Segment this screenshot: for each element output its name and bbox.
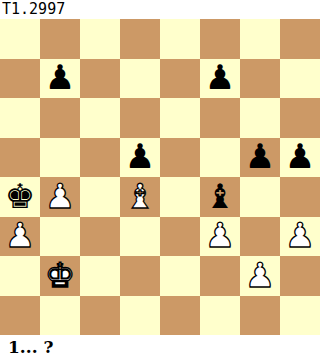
square-g5[interactable]: ♟ (240, 138, 280, 178)
square-e4[interactable] (160, 177, 200, 217)
square-f1[interactable] (200, 296, 240, 336)
square-b7[interactable]: ♟ (40, 59, 80, 99)
white-pawn-b4[interactable]: ♟ (45, 179, 75, 213)
square-c6[interactable] (80, 98, 120, 138)
square-c1[interactable] (80, 296, 120, 336)
white-pawn-g2[interactable]: ♟ (245, 258, 275, 292)
chess-board: ♟♟♟♟♟♚♟♝♝♟♟♟♚♟ (0, 19, 320, 335)
black-pawn-h5[interactable]: ♟ (285, 139, 315, 173)
black-pawn-g5[interactable]: ♟ (245, 139, 275, 173)
square-g4[interactable] (240, 177, 280, 217)
square-b6[interactable] (40, 98, 80, 138)
square-e6[interactable] (160, 98, 200, 138)
black-king-a4[interactable]: ♚ (5, 179, 35, 213)
white-bishop-d4[interactable]: ♝ (125, 179, 155, 213)
chess-puzzle-window: T1.2997 ♟♟♟♟♟♚♟♝♝♟♟♟♚♟ 1... ? (0, 0, 320, 360)
square-f8[interactable] (200, 19, 240, 59)
square-e3[interactable] (160, 217, 200, 257)
square-g1[interactable] (240, 296, 280, 336)
square-d8[interactable] (120, 19, 160, 59)
square-h5[interactable]: ♟ (280, 138, 320, 178)
square-a8[interactable] (0, 19, 40, 59)
square-h1[interactable] (280, 296, 320, 336)
square-c4[interactable] (80, 177, 120, 217)
white-pawn-f3[interactable]: ♟ (205, 218, 235, 252)
square-c7[interactable] (80, 59, 120, 99)
square-h6[interactable] (280, 98, 320, 138)
black-pawn-b7[interactable]: ♟ (45, 60, 75, 94)
square-f6[interactable] (200, 98, 240, 138)
square-b1[interactable] (40, 296, 80, 336)
square-e5[interactable] (160, 138, 200, 178)
square-d4[interactable]: ♝ (120, 177, 160, 217)
square-e7[interactable] (160, 59, 200, 99)
square-f3[interactable]: ♟ (200, 217, 240, 257)
white-pawn-a3[interactable]: ♟ (5, 218, 35, 252)
square-e2[interactable] (160, 256, 200, 296)
square-a6[interactable] (0, 98, 40, 138)
square-c2[interactable] (80, 256, 120, 296)
square-g3[interactable] (240, 217, 280, 257)
square-a7[interactable] (0, 59, 40, 99)
square-c3[interactable] (80, 217, 120, 257)
black-pawn-f7[interactable]: ♟ (205, 60, 235, 94)
move-prompt: 1... ? (0, 335, 320, 360)
square-f2[interactable] (200, 256, 240, 296)
puzzle-id: T1.2997 (0, 0, 320, 19)
square-g7[interactable] (240, 59, 280, 99)
square-h3[interactable]: ♟ (280, 217, 320, 257)
square-a1[interactable] (0, 296, 40, 336)
black-pawn-d5[interactable]: ♟ (125, 139, 155, 173)
square-b5[interactable] (40, 138, 80, 178)
square-b3[interactable] (40, 217, 80, 257)
square-d7[interactable] (120, 59, 160, 99)
square-b2[interactable]: ♚ (40, 256, 80, 296)
square-f4[interactable]: ♝ (200, 177, 240, 217)
square-h4[interactable] (280, 177, 320, 217)
square-h7[interactable] (280, 59, 320, 99)
square-a4[interactable]: ♚ (0, 177, 40, 217)
square-d5[interactable]: ♟ (120, 138, 160, 178)
square-d6[interactable] (120, 98, 160, 138)
square-f7[interactable]: ♟ (200, 59, 240, 99)
square-d1[interactable] (120, 296, 160, 336)
square-b8[interactable] (40, 19, 80, 59)
square-g6[interactable] (240, 98, 280, 138)
square-d3[interactable] (120, 217, 160, 257)
square-a3[interactable]: ♟ (0, 217, 40, 257)
square-h8[interactable] (280, 19, 320, 59)
square-h2[interactable] (280, 256, 320, 296)
square-g2[interactable]: ♟ (240, 256, 280, 296)
square-a5[interactable] (0, 138, 40, 178)
square-f5[interactable] (200, 138, 240, 178)
square-b4[interactable]: ♟ (40, 177, 80, 217)
square-e8[interactable] (160, 19, 200, 59)
white-pawn-h3[interactable]: ♟ (285, 218, 315, 252)
square-a2[interactable] (0, 256, 40, 296)
black-bishop-f4[interactable]: ♝ (205, 179, 235, 213)
white-king-b2[interactable]: ♚ (45, 258, 75, 292)
square-d2[interactable] (120, 256, 160, 296)
square-c8[interactable] (80, 19, 120, 59)
square-g8[interactable] (240, 19, 280, 59)
square-e1[interactable] (160, 296, 200, 336)
square-c5[interactable] (80, 138, 120, 178)
